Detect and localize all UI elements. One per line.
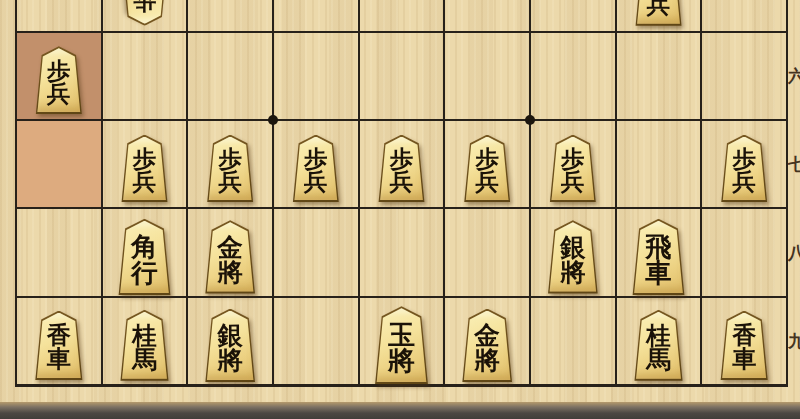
piece-kanji-char: 金 bbox=[217, 235, 242, 260]
piece-silver[interactable]: 銀將 bbox=[542, 220, 604, 293]
piece-body: 金將 bbox=[456, 309, 518, 382]
grid-line bbox=[15, 31, 788, 33]
board-square[interactable] bbox=[16, 208, 102, 296]
piece-kanji-char: 兵 bbox=[133, 171, 156, 194]
board-square[interactable] bbox=[359, 32, 445, 120]
piece-body: 桂馬 bbox=[628, 310, 688, 381]
grid-line bbox=[186, 0, 188, 386]
board-square[interactable] bbox=[273, 297, 359, 385]
shogi-board-view: 六七八九歩兵歩兵歩兵歩兵歩兵歩兵歩兵歩兵歩兵歩兵角行金將銀將飛車香車桂馬銀將玉將… bbox=[0, 0, 800, 419]
piece-body: 角行 bbox=[112, 219, 177, 295]
piece-kanji: 玉將 bbox=[369, 306, 435, 384]
piece-kanji: 歩兵 bbox=[373, 135, 430, 203]
piece-kanji: 金將 bbox=[456, 309, 518, 382]
piece-kanji: 香車 bbox=[715, 311, 774, 380]
piece-kanji-char: 將 bbox=[474, 348, 499, 373]
board-square[interactable] bbox=[701, 208, 787, 296]
grid-line bbox=[15, 0, 17, 386]
piece-body: 歩兵 bbox=[715, 135, 772, 203]
piece-kanji-char: 兵 bbox=[561, 171, 584, 194]
board-square[interactable] bbox=[701, 32, 787, 120]
piece-pawn[interactable]: 歩兵 bbox=[116, 0, 173, 26]
rank-label: 六 bbox=[788, 66, 800, 86]
piece-kanji-char: 將 bbox=[388, 348, 415, 374]
piece-bishop[interactable]: 角行 bbox=[112, 219, 177, 295]
piece-kanji-char: 將 bbox=[217, 348, 242, 373]
grid-line bbox=[15, 207, 788, 209]
piece-kanji: 歩兵 bbox=[715, 135, 772, 203]
piece-gold[interactable]: 金將 bbox=[456, 309, 518, 382]
piece-body: 香車 bbox=[715, 311, 774, 380]
piece-kanji-char: 將 bbox=[560, 260, 585, 285]
grid-line bbox=[786, 0, 788, 386]
grid-line bbox=[15, 384, 788, 387]
piece-kanji-char: 兵 bbox=[647, 0, 670, 17]
board-square[interactable] bbox=[701, 0, 787, 32]
piece-body: 歩兵 bbox=[116, 0, 173, 26]
piece-kanji-char: 兵 bbox=[304, 171, 327, 194]
star-point bbox=[525, 115, 535, 125]
grid-line bbox=[15, 119, 788, 121]
piece-kanji-char: 銀 bbox=[560, 235, 585, 260]
piece-pawn[interactable]: 歩兵 bbox=[287, 135, 344, 203]
piece-kanji-char: 馬 bbox=[132, 348, 157, 372]
piece-silver[interactable]: 銀將 bbox=[199, 309, 261, 382]
piece-kanji-char: 車 bbox=[47, 348, 71, 372]
piece-kanji: 金將 bbox=[199, 220, 261, 293]
piece-knight[interactable]: 桂馬 bbox=[628, 310, 688, 381]
piece-body: 歩兵 bbox=[373, 135, 430, 203]
piece-kanji: 歩兵 bbox=[116, 0, 173, 26]
piece-king[interactable]: 玉將 bbox=[369, 306, 435, 384]
piece-body: 歩兵 bbox=[201, 135, 258, 203]
piece-body: 歩兵 bbox=[30, 46, 87, 114]
piece-kanji-char: 兵 bbox=[390, 171, 413, 194]
grid-line bbox=[529, 0, 531, 386]
board-square[interactable] bbox=[273, 32, 359, 120]
piece-kanji: 歩兵 bbox=[30, 46, 87, 114]
grid-line bbox=[443, 0, 445, 386]
piece-kanji: 歩兵 bbox=[287, 135, 344, 203]
piece-rook[interactable]: 飛車 bbox=[626, 219, 691, 295]
board-square[interactable] bbox=[16, 0, 102, 32]
board-square[interactable] bbox=[530, 0, 616, 32]
piece-kanji: 歩兵 bbox=[201, 135, 258, 203]
grid-line bbox=[700, 0, 702, 386]
rank-label: 九 bbox=[788, 331, 800, 351]
piece-kanji-char: 兵 bbox=[475, 171, 498, 194]
piece-body: 玉將 bbox=[369, 306, 435, 384]
board-square[interactable] bbox=[187, 0, 273, 32]
piece-kanji: 歩兵 bbox=[544, 135, 601, 203]
piece-body: 歩兵 bbox=[116, 135, 173, 203]
board-square[interactable] bbox=[530, 32, 616, 120]
piece-kanji: 銀將 bbox=[542, 220, 604, 293]
rank-label: 七 bbox=[788, 154, 800, 174]
board-square[interactable] bbox=[616, 32, 702, 120]
board-square[interactable] bbox=[273, 0, 359, 32]
piece-body: 歩兵 bbox=[544, 135, 601, 203]
piece-kanji: 歩兵 bbox=[630, 0, 687, 26]
piece-kanji-char: 飛 bbox=[645, 234, 671, 260]
piece-pawn[interactable]: 歩兵 bbox=[373, 135, 430, 203]
piece-pawn[interactable]: 歩兵 bbox=[201, 135, 258, 203]
grid-line bbox=[615, 0, 617, 386]
piece-body: 桂馬 bbox=[114, 310, 174, 381]
piece-kanji-char: 兵 bbox=[218, 171, 241, 194]
piece-kanji: 香車 bbox=[29, 311, 88, 380]
grid-line bbox=[101, 0, 103, 386]
piece-pawn[interactable]: 歩兵 bbox=[458, 135, 515, 203]
star-point bbox=[268, 115, 278, 125]
piece-kanji: 銀將 bbox=[199, 309, 261, 382]
piece-pawn[interactable]: 歩兵 bbox=[630, 0, 687, 26]
piece-body: 歩兵 bbox=[630, 0, 687, 26]
piece-body: 香車 bbox=[29, 311, 88, 380]
piece-pawn[interactable]: 歩兵 bbox=[715, 135, 772, 203]
board-square[interactable] bbox=[616, 120, 702, 208]
piece-kanji: 桂馬 bbox=[628, 310, 688, 381]
last-move-highlight bbox=[16, 120, 102, 208]
piece-kanji-char: 馬 bbox=[646, 348, 671, 372]
piece-pawn[interactable]: 歩兵 bbox=[544, 135, 601, 203]
piece-body: 銀將 bbox=[199, 309, 261, 382]
piece-gold[interactable]: 金將 bbox=[199, 220, 261, 293]
board-square[interactable] bbox=[444, 208, 530, 296]
piece-kanji: 角行 bbox=[112, 219, 177, 295]
piece-kanji-char: 歩 bbox=[133, 0, 156, 12]
board-square[interactable] bbox=[187, 32, 273, 120]
piece-kanji-char: 角 bbox=[131, 234, 157, 260]
piece-body: 歩兵 bbox=[287, 135, 344, 203]
piece-kanji-char: 車 bbox=[732, 348, 756, 372]
board-square[interactable] bbox=[444, 0, 530, 32]
piece-body: 飛車 bbox=[626, 219, 691, 295]
board-square[interactable] bbox=[102, 32, 188, 120]
piece-kanji-char: 兵 bbox=[732, 171, 755, 194]
piece-kanji-char: 車 bbox=[645, 260, 671, 286]
piece-kanji: 桂馬 bbox=[114, 310, 174, 381]
board-square[interactable] bbox=[273, 208, 359, 296]
board-square[interactable] bbox=[444, 32, 530, 120]
piece-knight[interactable]: 桂馬 bbox=[114, 310, 174, 381]
piece-kanji: 歩兵 bbox=[116, 135, 173, 203]
piece-pawn[interactable]: 歩兵 bbox=[30, 46, 87, 114]
board-square[interactable] bbox=[530, 297, 616, 385]
piece-lance[interactable]: 香車 bbox=[715, 311, 774, 380]
piece-body: 歩兵 bbox=[458, 135, 515, 203]
piece-body: 金將 bbox=[199, 220, 261, 293]
piece-kanji-char: 將 bbox=[217, 260, 242, 285]
piece-kanji-char: 兵 bbox=[47, 83, 70, 106]
piece-kanji: 歩兵 bbox=[458, 135, 515, 203]
grid-line bbox=[358, 0, 360, 386]
piece-kanji: 飛車 bbox=[626, 219, 691, 295]
grid-line bbox=[15, 296, 788, 298]
piece-lance[interactable]: 香車 bbox=[29, 311, 88, 380]
piece-body: 銀將 bbox=[542, 220, 604, 293]
board-square[interactable] bbox=[359, 0, 445, 32]
piece-pawn[interactable]: 歩兵 bbox=[116, 135, 173, 203]
rank-label: 八 bbox=[788, 242, 800, 262]
piece-kanji-char: 行 bbox=[131, 260, 157, 286]
board-edge-shadow bbox=[0, 402, 800, 419]
grid-line bbox=[272, 0, 274, 386]
board-square[interactable] bbox=[359, 208, 445, 296]
